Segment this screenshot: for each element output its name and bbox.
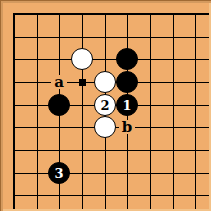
stone-black: 3	[48, 162, 70, 184]
star-point-marker	[79, 79, 86, 86]
board-bevel-inner-top	[0, 1, 211, 3]
stone-black	[116, 48, 138, 70]
move-number: 1	[122, 99, 131, 112]
grid-line-horizontal	[13, 195, 209, 196]
move-number: 3	[54, 167, 63, 180]
grid-line-vertical	[173, 13, 174, 209]
stone-white	[71, 48, 93, 70]
grid-line-horizontal	[13, 59, 209, 60]
grid-line-horizontal	[13, 150, 209, 151]
grid-line-vertical	[82, 13, 83, 209]
grid-line-vertical	[37, 13, 38, 209]
point-label-b: b	[119, 120, 135, 134]
stone-black	[48, 94, 70, 116]
board-bevel-outer-top	[0, 0, 211, 1]
board-edge-highlight-bottom	[0, 209, 211, 211]
point-label-a: a	[51, 75, 67, 89]
grid-line-horizontal	[13, 37, 209, 38]
board-bevel-inner-left	[1, 0, 3, 211]
grid-line-vertical	[195, 13, 196, 209]
stone-black	[116, 71, 138, 93]
board-edge-highlight-right	[209, 0, 211, 211]
grid-line-horizontal	[13, 13, 209, 15]
board-bevel-outer-left	[0, 0, 1, 211]
move-number: 2	[100, 99, 109, 112]
stone-white	[94, 71, 116, 93]
grid-line-horizontal	[13, 173, 209, 174]
stone-white	[94, 116, 116, 138]
go-board: 213ab	[0, 0, 211, 211]
go-diagram: 213ab	[0, 0, 211, 211]
grid-line-vertical	[13, 13, 15, 209]
stone-black: 1	[116, 94, 138, 116]
grid-line-vertical	[150, 13, 151, 209]
stone-white: 2	[94, 94, 116, 116]
